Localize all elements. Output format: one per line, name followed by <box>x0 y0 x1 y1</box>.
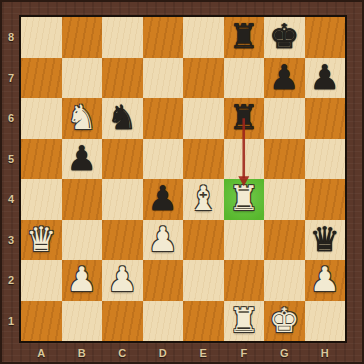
square-e4[interactable]: ♝ <box>183 179 224 220</box>
square-e7[interactable] <box>183 58 224 99</box>
file-label-b: B <box>62 344 103 362</box>
piece-black-pawn[interactable]: ♟ <box>310 60 340 94</box>
square-a1[interactable] <box>21 301 62 342</box>
square-h1[interactable] <box>305 301 346 342</box>
square-d3[interactable]: ♟ <box>143 220 184 261</box>
square-d1[interactable] <box>143 301 184 342</box>
square-h4[interactable] <box>305 179 346 220</box>
square-c7[interactable] <box>102 58 143 99</box>
square-a8[interactable] <box>21 17 62 58</box>
square-f6[interactable]: ♜ <box>224 98 265 139</box>
piece-black-knight[interactable]: ♞ <box>107 100 137 134</box>
square-a3[interactable]: ♛ <box>21 220 62 261</box>
square-e8[interactable] <box>183 17 224 58</box>
piece-white-rook[interactable]: ♜ <box>229 181 259 215</box>
square-e5[interactable] <box>183 139 224 180</box>
square-b6[interactable]: ♞ <box>62 98 103 139</box>
square-h3[interactable]: ♛ <box>305 220 346 261</box>
rank-label-2: 2 <box>3 260 19 301</box>
square-a2[interactable] <box>21 260 62 301</box>
piece-white-queen[interactable]: ♛ <box>26 222 56 256</box>
piece-white-knight[interactable]: ♞ <box>67 100 97 134</box>
piece-black-king[interactable]: ♚ <box>269 19 299 53</box>
file-label-g: G <box>264 344 305 362</box>
square-a7[interactable] <box>21 58 62 99</box>
piece-black-queen[interactable]: ♛ <box>310 222 340 256</box>
square-b4[interactable] <box>62 179 103 220</box>
piece-white-pawn[interactable]: ♟ <box>107 262 137 296</box>
piece-white-king[interactable]: ♚ <box>269 303 299 337</box>
square-g8[interactable]: ♚ <box>264 17 305 58</box>
square-c2[interactable]: ♟ <box>102 260 143 301</box>
rank-label-7: 7 <box>3 58 19 99</box>
square-f2[interactable] <box>224 260 265 301</box>
square-f1[interactable]: ♜ <box>224 301 265 342</box>
square-d6[interactable] <box>143 98 184 139</box>
square-h7[interactable]: ♟ <box>305 58 346 99</box>
square-h5[interactable] <box>305 139 346 180</box>
piece-white-rook[interactable]: ♜ <box>229 303 259 337</box>
square-g7[interactable]: ♟ <box>264 58 305 99</box>
square-g1[interactable]: ♚ <box>264 301 305 342</box>
square-a5[interactable] <box>21 139 62 180</box>
square-h6[interactable] <box>305 98 346 139</box>
square-g3[interactable] <box>264 220 305 261</box>
square-b5[interactable]: ♟ <box>62 139 103 180</box>
rank-label-6: 6 <box>3 98 19 139</box>
file-label-f: F <box>224 344 265 362</box>
square-g6[interactable] <box>264 98 305 139</box>
piece-black-rook[interactable]: ♜ <box>229 19 259 53</box>
square-g5[interactable] <box>264 139 305 180</box>
rank-label-3: 3 <box>3 220 19 261</box>
square-c6[interactable]: ♞ <box>102 98 143 139</box>
piece-white-pawn[interactable]: ♟ <box>148 222 178 256</box>
file-label-a: A <box>21 344 62 362</box>
piece-black-pawn[interactable]: ♟ <box>269 60 299 94</box>
square-b2[interactable]: ♟ <box>62 260 103 301</box>
square-f4[interactable]: ♜ <box>224 179 265 220</box>
square-d7[interactable] <box>143 58 184 99</box>
square-b7[interactable] <box>62 58 103 99</box>
file-label-d: D <box>143 344 184 362</box>
square-d8[interactable] <box>143 17 184 58</box>
file-label-h: H <box>305 344 346 362</box>
square-b8[interactable] <box>62 17 103 58</box>
square-c5[interactable] <box>102 139 143 180</box>
square-e3[interactable] <box>183 220 224 261</box>
square-b3[interactable] <box>62 220 103 261</box>
square-e2[interactable] <box>183 260 224 301</box>
file-label-c: C <box>102 344 143 362</box>
piece-black-rook[interactable]: ♜ <box>229 100 259 134</box>
square-c4[interactable] <box>102 179 143 220</box>
square-f8[interactable]: ♜ <box>224 17 265 58</box>
piece-black-pawn[interactable]: ♟ <box>67 141 97 175</box>
rank-label-1: 1 <box>3 301 19 342</box>
square-b1[interactable] <box>62 301 103 342</box>
chess-board[interactable]: ♜♚♟♟♞♞♜♟♟♝♜♛♟♛♟♟♟♜♚ <box>21 17 345 341</box>
square-d2[interactable] <box>143 260 184 301</box>
square-e1[interactable] <box>183 301 224 342</box>
chess-app: 87654321 ABCDEFGH ♜♚♟♟♞♞♜♟♟♝♜♛♟♛♟♟♟♜♚ <box>0 0 364 364</box>
rank-label-8: 8 <box>3 17 19 58</box>
square-h8[interactable] <box>305 17 346 58</box>
square-d5[interactable] <box>143 139 184 180</box>
piece-white-pawn[interactable]: ♟ <box>310 262 340 296</box>
piece-white-pawn[interactable]: ♟ <box>67 262 97 296</box>
square-d4[interactable]: ♟ <box>143 179 184 220</box>
square-h2[interactable]: ♟ <box>305 260 346 301</box>
square-c8[interactable] <box>102 17 143 58</box>
square-c3[interactable] <box>102 220 143 261</box>
file-label-e: E <box>183 344 224 362</box>
rank-label-5: 5 <box>3 139 19 180</box>
square-f5[interactable] <box>224 139 265 180</box>
square-g4[interactable] <box>264 179 305 220</box>
square-f7[interactable] <box>224 58 265 99</box>
rank-label-4: 4 <box>3 179 19 220</box>
square-g2[interactable] <box>264 260 305 301</box>
square-f3[interactable] <box>224 220 265 261</box>
piece-black-pawn[interactable]: ♟ <box>148 181 178 215</box>
square-c1[interactable] <box>102 301 143 342</box>
piece-white-bishop[interactable]: ♝ <box>188 181 218 215</box>
square-e6[interactable] <box>183 98 224 139</box>
square-a6[interactable] <box>21 98 62 139</box>
square-a4[interactable] <box>21 179 62 220</box>
